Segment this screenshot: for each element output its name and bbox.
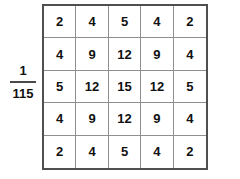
grid-cell-r4c2: 9 — [76, 103, 108, 135]
grid-cell-r2c3: 12 — [109, 38, 141, 70]
grid-cell-r1c4: 4 — [141, 6, 173, 38]
grid-cell-r5c3: 5 — [109, 136, 141, 168]
grid-cell-r5c1: 2 — [44, 136, 76, 168]
grid-cell-r5c2: 4 — [76, 136, 108, 168]
grid-cell-r4c5: 4 — [174, 103, 206, 135]
scalar-fraction: 1 115 — [6, 63, 40, 101]
grid-cell-r3c1: 5 — [44, 71, 76, 103]
kernel-grid: 245424912945121512549129424542 — [42, 4, 208, 170]
grid-cell-r5c4: 4 — [141, 136, 173, 168]
grid-cell-r5c5: 2 — [174, 136, 206, 168]
grid-cell-r3c2: 12 — [76, 71, 108, 103]
grid-cell-r1c1: 2 — [44, 6, 76, 38]
grid-cell-r2c2: 9 — [76, 38, 108, 70]
kernel-figure: 1 115 245424912945121512549129424542 — [0, 0, 240, 179]
grid-cell-r2c1: 4 — [44, 38, 76, 70]
fraction-denominator: 115 — [6, 86, 40, 101]
fraction-numerator: 1 — [6, 63, 40, 79]
grid-cell-r1c2: 4 — [76, 6, 108, 38]
grid-cell-r3c4: 12 — [141, 71, 173, 103]
grid-cell-r4c3: 12 — [109, 103, 141, 135]
grid-cell-r1c5: 2 — [174, 6, 206, 38]
grid-cell-r3c5: 5 — [174, 71, 206, 103]
grid-cell-r2c5: 4 — [174, 38, 206, 70]
grid-cell-r1c3: 5 — [109, 6, 141, 38]
grid-cell-r4c4: 9 — [141, 103, 173, 135]
grid-cell-r4c1: 4 — [44, 103, 76, 135]
grid-cell-r2c4: 9 — [141, 38, 173, 70]
fraction-bar — [10, 81, 36, 83]
grid-cell-r3c3: 15 — [109, 71, 141, 103]
